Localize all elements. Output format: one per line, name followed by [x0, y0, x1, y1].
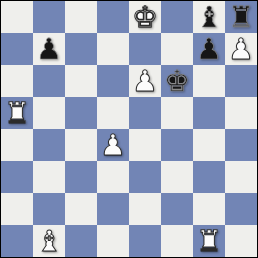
square-e2[interactable]: [129, 193, 161, 225]
white-rook-piece[interactable]: ♜: [4, 97, 30, 129]
square-c3[interactable]: [65, 161, 97, 193]
square-b2[interactable]: [33, 193, 65, 225]
white-bishop-piece[interactable]: ♝: [36, 225, 62, 257]
square-g6[interactable]: [193, 65, 225, 97]
square-b5[interactable]: [33, 97, 65, 129]
square-a7[interactable]: [1, 33, 33, 65]
square-e5[interactable]: [129, 97, 161, 129]
square-a8[interactable]: [1, 1, 33, 33]
square-h3[interactable]: [225, 161, 257, 193]
square-c7[interactable]: [65, 33, 97, 65]
white-pawn-piece[interactable]: ♟: [100, 129, 126, 161]
square-f6[interactable]: ♚: [161, 65, 193, 97]
square-d3[interactable]: [97, 161, 129, 193]
square-b6[interactable]: [33, 65, 65, 97]
square-a4[interactable]: [1, 129, 33, 161]
square-e3[interactable]: [129, 161, 161, 193]
square-a2[interactable]: [1, 193, 33, 225]
square-a6[interactable]: [1, 65, 33, 97]
square-d4[interactable]: ♟: [97, 129, 129, 161]
square-b8[interactable]: [33, 1, 65, 33]
square-f5[interactable]: [161, 97, 193, 129]
black-bishop-piece[interactable]: ♝: [196, 1, 222, 33]
chess-board-frame: ♚♝♜♟♟♟♟♚♜♟♝♜: [0, 0, 258, 258]
square-f7[interactable]: [161, 33, 193, 65]
square-b4[interactable]: [33, 129, 65, 161]
square-d1[interactable]: [97, 225, 129, 257]
white-king-piece[interactable]: ♚: [132, 1, 158, 33]
square-f8[interactable]: [161, 1, 193, 33]
square-a1[interactable]: [1, 225, 33, 257]
square-h1[interactable]: [225, 225, 257, 257]
square-h2[interactable]: [225, 193, 257, 225]
square-h8[interactable]: ♜: [225, 1, 257, 33]
square-h6[interactable]: [225, 65, 257, 97]
white-rook-piece[interactable]: ♜: [196, 225, 222, 257]
square-g1[interactable]: ♜: [193, 225, 225, 257]
square-e1[interactable]: [129, 225, 161, 257]
square-e8[interactable]: ♚: [129, 1, 161, 33]
square-d2[interactable]: [97, 193, 129, 225]
square-g7[interactable]: ♟: [193, 33, 225, 65]
chess-board: ♚♝♜♟♟♟♟♚♜♟♝♜: [1, 1, 257, 257]
square-b3[interactable]: [33, 161, 65, 193]
square-h7[interactable]: ♟: [225, 33, 257, 65]
square-f1[interactable]: [161, 225, 193, 257]
square-a3[interactable]: [1, 161, 33, 193]
square-c8[interactable]: [65, 1, 97, 33]
square-g5[interactable]: [193, 97, 225, 129]
square-h5[interactable]: [225, 97, 257, 129]
square-g4[interactable]: [193, 129, 225, 161]
square-c6[interactable]: [65, 65, 97, 97]
square-e7[interactable]: [129, 33, 161, 65]
white-pawn-piece[interactable]: ♟: [132, 65, 158, 97]
square-c4[interactable]: [65, 129, 97, 161]
square-f2[interactable]: [161, 193, 193, 225]
black-rook-piece[interactable]: ♜: [228, 1, 254, 33]
square-d8[interactable]: [97, 1, 129, 33]
square-c1[interactable]: [65, 225, 97, 257]
square-e6[interactable]: ♟: [129, 65, 161, 97]
white-pawn-piece[interactable]: ♟: [228, 33, 254, 65]
square-c2[interactable]: [65, 193, 97, 225]
square-g3[interactable]: [193, 161, 225, 193]
square-d7[interactable]: [97, 33, 129, 65]
square-b7[interactable]: ♟: [33, 33, 65, 65]
square-a5[interactable]: ♜: [1, 97, 33, 129]
square-h4[interactable]: [225, 129, 257, 161]
black-king-piece[interactable]: ♚: [164, 65, 190, 97]
square-c5[interactable]: [65, 97, 97, 129]
square-e4[interactable]: [129, 129, 161, 161]
square-d5[interactable]: [97, 97, 129, 129]
square-b1[interactable]: ♝: [33, 225, 65, 257]
square-f3[interactable]: [161, 161, 193, 193]
black-pawn-piece[interactable]: ♟: [36, 33, 62, 65]
black-pawn-piece[interactable]: ♟: [196, 33, 222, 65]
square-d6[interactable]: [97, 65, 129, 97]
square-g8[interactable]: ♝: [193, 1, 225, 33]
square-g2[interactable]: [193, 193, 225, 225]
square-f4[interactable]: [161, 129, 193, 161]
